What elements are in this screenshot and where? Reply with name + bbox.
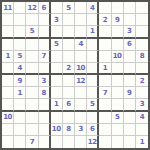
cell-r9c7[interactable] — [75, 99, 87, 111]
cell-r9c5[interactable]: 1 — [51, 99, 63, 111]
cell-r11c9[interactable] — [99, 124, 111, 136]
cell-r11c11[interactable] — [124, 124, 136, 136]
cell-r4c1[interactable] — [2, 39, 14, 51]
cell-r11c12[interactable] — [136, 124, 148, 136]
cell-r6c4[interactable] — [39, 63, 51, 75]
sudoku-board: 1112654329513546157108421019312218791653… — [0, 0, 150, 150]
cell-r5c9[interactable] — [99, 51, 111, 63]
cell-r10c3[interactable] — [26, 112, 38, 124]
cell-r8c4[interactable]: 8 — [39, 87, 51, 99]
cell-r6c5[interactable] — [51, 63, 63, 75]
cell-r6c1[interactable] — [2, 63, 14, 75]
cell-r8c7[interactable] — [75, 87, 87, 99]
cell-r7c9[interactable] — [99, 75, 111, 87]
cell-r12c10[interactable] — [112, 136, 124, 148]
cell-r6c12[interactable] — [136, 63, 148, 75]
cell-r5c12[interactable]: 8 — [136, 51, 148, 63]
cell-r11c1[interactable] — [2, 124, 14, 136]
cell-r2c12[interactable] — [136, 14, 148, 26]
cell-r7c8[interactable] — [87, 75, 99, 87]
cell-r8c10[interactable] — [112, 87, 124, 99]
cell-r3c9[interactable] — [99, 26, 111, 38]
cell-r9c6[interactable]: 6 — [63, 99, 75, 111]
cell-r12c1[interactable] — [2, 136, 14, 148]
cell-r2c5[interactable]: 3 — [51, 14, 63, 26]
cell-r5c6[interactable] — [63, 51, 75, 63]
cell-r3c4[interactable] — [39, 26, 51, 38]
cell-r7c7[interactable]: 12 — [75, 75, 87, 87]
cell-r12c11[interactable] — [124, 136, 136, 148]
cell-r4c7[interactable]: 4 — [75, 39, 87, 51]
cell-r5c8[interactable] — [87, 51, 99, 63]
cell-r9c3[interactable] — [26, 99, 38, 111]
cell-r4c12[interactable] — [136, 39, 148, 51]
cell-r4c3[interactable] — [26, 39, 38, 51]
cell-r3c8[interactable]: 1 — [87, 26, 99, 38]
cell-r1c2[interactable] — [14, 2, 26, 14]
cell-r10c11[interactable] — [124, 112, 136, 124]
cell-r12c5[interactable] — [51, 136, 63, 148]
cell-r10c4[interactable] — [39, 112, 51, 124]
cell-r7c12[interactable]: 2 — [136, 75, 148, 87]
cell-r1c3[interactable]: 12 — [26, 2, 38, 14]
cell-r5c4[interactable]: 7 — [39, 51, 51, 63]
cell-r10c6[interactable] — [63, 112, 75, 124]
cell-r7c11[interactable] — [124, 75, 136, 87]
cell-r2c1[interactable] — [2, 14, 14, 26]
cell-r2c8[interactable] — [87, 14, 99, 26]
cell-r3c2[interactable] — [14, 26, 26, 38]
cell-r1c5[interactable] — [51, 2, 63, 14]
cell-r10c5[interactable] — [51, 112, 63, 124]
cell-r8c2[interactable]: 1 — [14, 87, 26, 99]
cell-r12c7[interactable] — [75, 136, 87, 148]
cell-r4c8[interactable] — [87, 39, 99, 51]
cell-r12c4[interactable] — [39, 136, 51, 148]
cell-r10c2[interactable] — [14, 112, 26, 124]
cell-r7c3[interactable] — [26, 75, 38, 87]
cell-r1c6[interactable]: 5 — [63, 2, 75, 14]
cell-r10c12[interactable]: 4 — [136, 112, 148, 124]
cell-r4c6[interactable] — [63, 39, 75, 51]
cell-r11c6[interactable]: 8 — [63, 124, 75, 136]
cell-r12c2[interactable] — [14, 136, 26, 148]
cell-r12c6[interactable] — [63, 136, 75, 148]
cell-r6c10[interactable] — [112, 63, 124, 75]
cell-r6c3[interactable] — [26, 63, 38, 75]
cell-r11c5[interactable]: 10 — [51, 124, 63, 136]
cell-r9c10[interactable] — [112, 99, 124, 111]
cell-r1c7[interactable] — [75, 2, 87, 14]
cell-r8c6[interactable] — [63, 87, 75, 99]
cell-r10c8[interactable] — [87, 112, 99, 124]
cell-r9c1[interactable] — [2, 99, 14, 111]
cell-r12c8[interactable]: 12 — [87, 136, 99, 148]
cell-r8c3[interactable] — [26, 87, 38, 99]
cell-r3c6[interactable] — [63, 26, 75, 38]
cell-r9c2[interactable] — [14, 99, 26, 111]
cell-r9c12[interactable]: 3 — [136, 99, 148, 111]
cell-r2c10[interactable]: 9 — [112, 14, 124, 26]
cell-r7c1[interactable] — [2, 75, 14, 87]
cell-r1c4[interactable]: 6 — [39, 2, 51, 14]
cell-r6c11[interactable] — [124, 63, 136, 75]
cell-r2c7[interactable] — [75, 14, 87, 26]
cell-r2c3[interactable] — [26, 14, 38, 26]
cell-r12c9[interactable] — [99, 136, 111, 148]
cell-r6c7[interactable]: 10 — [75, 63, 87, 75]
cell-r10c10[interactable]: 5 — [112, 112, 124, 124]
cell-r8c1[interactable] — [2, 87, 14, 99]
cell-r9c8[interactable]: 5 — [87, 99, 99, 111]
cell-r3c3[interactable]: 5 — [26, 26, 38, 38]
cell-r8c5[interactable] — [51, 87, 63, 99]
cell-r3c10[interactable] — [112, 26, 124, 38]
cell-r5c2[interactable]: 5 — [14, 51, 26, 63]
cell-r11c7[interactable]: 3 — [75, 124, 87, 136]
cell-r6c9[interactable]: 1 — [99, 63, 111, 75]
cell-r3c12[interactable] — [136, 26, 148, 38]
cell-r8c11[interactable]: 9 — [124, 87, 136, 99]
cell-r11c2[interactable] — [14, 124, 26, 136]
cell-r3c5[interactable] — [51, 26, 63, 38]
cell-r6c6[interactable]: 2 — [63, 63, 75, 75]
cell-r9c9[interactable] — [99, 99, 111, 111]
cell-r1c10[interactable] — [112, 2, 124, 14]
cell-r7c10[interactable] — [112, 75, 124, 87]
cell-r2c9[interactable]: 2 — [99, 14, 111, 26]
cell-r10c7[interactable] — [75, 112, 87, 124]
cell-r3c1[interactable] — [2, 26, 14, 38]
cell-r11c8[interactable]: 6 — [87, 124, 99, 136]
cell-r5c7[interactable] — [75, 51, 87, 63]
cell-r6c8[interactable] — [87, 63, 99, 75]
cell-r8c12[interactable] — [136, 87, 148, 99]
cell-r3c7[interactable] — [75, 26, 87, 38]
cell-r4c4[interactable] — [39, 39, 51, 51]
cell-r4c11[interactable]: 6 — [124, 39, 136, 51]
cell-r7c2[interactable]: 9 — [14, 75, 26, 87]
cell-r1c11[interactable] — [124, 2, 136, 14]
cell-r10c9[interactable] — [99, 112, 111, 124]
cell-r4c5[interactable]: 5 — [51, 39, 63, 51]
cell-r5c1[interactable]: 1 — [2, 51, 14, 63]
cell-r12c12[interactable]: 1 — [136, 136, 148, 148]
cell-r2c11[interactable] — [124, 14, 136, 26]
cell-r1c1[interactable]: 11 — [2, 2, 14, 14]
cell-r5c3[interactable] — [26, 51, 38, 63]
cell-r1c9[interactable] — [99, 2, 111, 14]
cell-r12c3[interactable]: 7 — [26, 136, 38, 148]
cell-r11c4[interactable] — [39, 124, 51, 136]
cell-r5c10[interactable]: 10 — [112, 51, 124, 63]
cell-r2c6[interactable] — [63, 14, 75, 26]
cell-r4c2[interactable] — [14, 39, 26, 51]
cell-r8c9[interactable]: 7 — [99, 87, 111, 99]
cell-r1c12[interactable] — [136, 2, 148, 14]
cell-r2c2[interactable] — [14, 14, 26, 26]
cell-r10c1[interactable]: 10 — [2, 112, 14, 124]
cell-r7c4[interactable]: 3 — [39, 75, 51, 87]
cell-r4c10[interactable] — [112, 39, 124, 51]
cell-r1c8[interactable]: 4 — [87, 2, 99, 14]
cell-r7c6[interactable] — [63, 75, 75, 87]
cell-r11c3[interactable] — [26, 124, 38, 136]
cell-r4c9[interactable] — [99, 39, 111, 51]
cell-r5c5[interactable] — [51, 51, 63, 63]
cell-r8c8[interactable] — [87, 87, 99, 99]
cell-r2c4[interactable] — [39, 14, 51, 26]
cell-r5c11[interactable] — [124, 51, 136, 63]
cell-r3c11[interactable]: 3 — [124, 26, 136, 38]
cell-r11c10[interactable] — [112, 124, 124, 136]
cell-r9c11[interactable] — [124, 99, 136, 111]
cell-r6c2[interactable]: 4 — [14, 63, 26, 75]
cell-r7c5[interactable] — [51, 75, 63, 87]
cell-r9c4[interactable] — [39, 99, 51, 111]
